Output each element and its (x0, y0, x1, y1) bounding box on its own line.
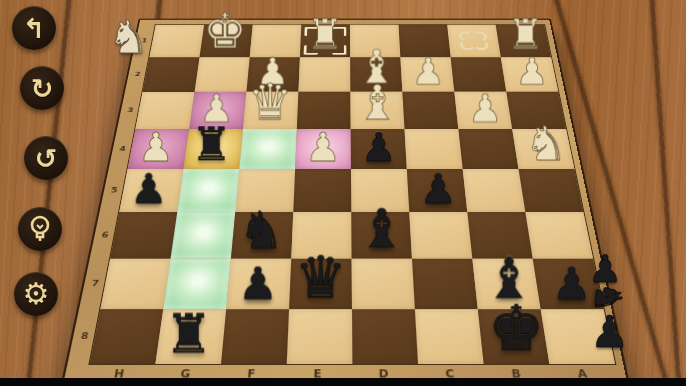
square-e1[interactable]: ♜ (300, 25, 350, 57)
black-pawn-f7[interactable]: ♟ (226, 262, 289, 307)
square-a2[interactable]: ♟ (501, 57, 558, 92)
board-scene: ♚♜♜♟♝♟♟♟♛♝♟♟♜♟♟♞♟♟♞♝♟♛♝♟♜♚ 12345678 HGFE… (0, 0, 686, 386)
square-f6[interactable]: ♞ (231, 212, 293, 259)
square-c3[interactable] (402, 92, 458, 129)
white-queen-f3[interactable]: ♛ (243, 77, 297, 127)
white-pawn-e4[interactable]: ♟ (295, 127, 351, 167)
black-king-b8[interactable]: ♚ (483, 298, 549, 361)
black-queen-e7[interactable]: ♛ (289, 248, 352, 306)
chess-board: ♚♜♜♟♝♟♟♟♛♝♟♟♜♟♟♞♟♟♞♝♟♛♝♟♜♚ 12345678 HGFE… (61, 19, 630, 384)
rank-label-8: 8 (78, 331, 91, 341)
square-b8[interactable]: ♚ (478, 309, 550, 364)
square-b1[interactable] (447, 25, 501, 57)
bottom-letterbox (0, 378, 686, 386)
board-grid: ♚♜♜♟♝♟♟♟♛♝♟♟♜♟♟♞♟♟♞♝♟♛♝♟♜♚ (88, 24, 616, 365)
square-f8[interactable] (221, 309, 289, 364)
captured-black-pawn: ♟ (590, 310, 629, 354)
square-a5[interactable] (519, 169, 584, 212)
square-d7[interactable] (352, 259, 415, 309)
black-pawn-h5[interactable]: ♟ (120, 168, 178, 209)
square-h7[interactable] (100, 259, 170, 309)
white-pawn-c2[interactable]: ♟ (402, 53, 454, 90)
undo-icon: ↰ (23, 15, 46, 42)
square-f4[interactable] (239, 129, 297, 169)
square-e2[interactable] (298, 57, 350, 92)
square-g4[interactable]: ♜ (183, 129, 243, 169)
square-c5[interactable]: ♟ (407, 169, 467, 212)
black-rook-g8[interactable]: ♜ (156, 307, 222, 361)
white-knight-a4[interactable]: ♞ (518, 119, 574, 167)
chess-app-screen: ♚♜♜♟♝♟♟♟♛♝♟♟♜♟♟♞♟♟♞♝♟♛♝♟♜♚ 12345678 HGFE… (0, 0, 686, 386)
white-pawn-a2[interactable]: ♟ (506, 53, 558, 90)
white-pawn-b3[interactable]: ♟ (458, 89, 512, 127)
rank-label-7: 7 (89, 279, 102, 288)
white-bishop-d3[interactable]: ♝ (351, 79, 405, 127)
square-c6[interactable] (409, 212, 472, 259)
rank-label-4: 4 (117, 145, 128, 152)
black-pawn-d4[interactable]: ♟ (351, 127, 407, 167)
square-b3[interactable]: ♟ (454, 92, 512, 129)
square-c4[interactable] (405, 129, 463, 169)
captured-white-knight: ♞ (108, 14, 149, 60)
square-b5[interactable] (463, 169, 526, 212)
square-c2[interactable]: ♟ (400, 57, 454, 92)
hint-lightbulb-icon (27, 214, 53, 244)
black-rook-g4[interactable]: ♜ (184, 121, 240, 167)
square-h4[interactable]: ♟ (128, 129, 190, 169)
square-d4[interactable]: ♟ (351, 129, 407, 169)
rank-label-6: 6 (99, 231, 111, 239)
black-knight-f6[interactable]: ♞ (231, 204, 291, 256)
square-e8[interactable] (287, 309, 353, 364)
black-bishop-d6[interactable]: ♝ (352, 202, 412, 256)
rank-label-5: 5 (108, 186, 120, 194)
square-h8[interactable] (90, 309, 164, 364)
undo-button[interactable]: ↰ (12, 6, 56, 50)
square-g6[interactable] (171, 212, 236, 259)
square-f3[interactable]: ♛ (243, 92, 298, 129)
white-king-g1[interactable]: ♚ (200, 7, 250, 55)
square-c7[interactable] (412, 259, 478, 309)
square-a4[interactable]: ♞ (512, 129, 574, 169)
white-rook-e1[interactable]: ♜ (300, 14, 350, 55)
black-pawn-c5[interactable]: ♟ (409, 168, 467, 209)
square-g1[interactable]: ♚ (200, 25, 253, 57)
square-e5[interactable] (293, 169, 351, 212)
square-h2[interactable] (143, 57, 200, 92)
square-h5[interactable]: ♟ (119, 169, 183, 212)
square-h6[interactable] (110, 212, 177, 259)
square-g8[interactable]: ♜ (155, 309, 226, 364)
square-f7[interactable]: ♟ (226, 259, 291, 309)
square-g5[interactable] (177, 169, 239, 212)
last-move-origin-marker (458, 31, 489, 50)
square-h1[interactable] (149, 25, 204, 57)
square-e4[interactable]: ♟ (295, 129, 351, 169)
white-pawn-h4[interactable]: ♟ (128, 127, 184, 167)
square-d8[interactable] (352, 309, 418, 364)
rank-label-2: 2 (133, 71, 143, 77)
gear-icon: ⚙ (23, 279, 50, 309)
square-b4[interactable] (458, 129, 518, 169)
hint-button[interactable] (18, 207, 62, 251)
square-d6[interactable]: ♝ (351, 212, 412, 259)
square-c8[interactable] (415, 309, 484, 364)
settings-button[interactable]: ⚙ (14, 272, 58, 316)
redo-icon: ↻ (31, 75, 54, 102)
square-e7[interactable]: ♛ (289, 259, 352, 309)
restart-icon: ↺ (35, 145, 58, 172)
restart-button[interactable]: ↺ (24, 136, 68, 180)
redo-button[interactable]: ↻ (20, 66, 64, 110)
rank-label-3: 3 (125, 107, 136, 114)
